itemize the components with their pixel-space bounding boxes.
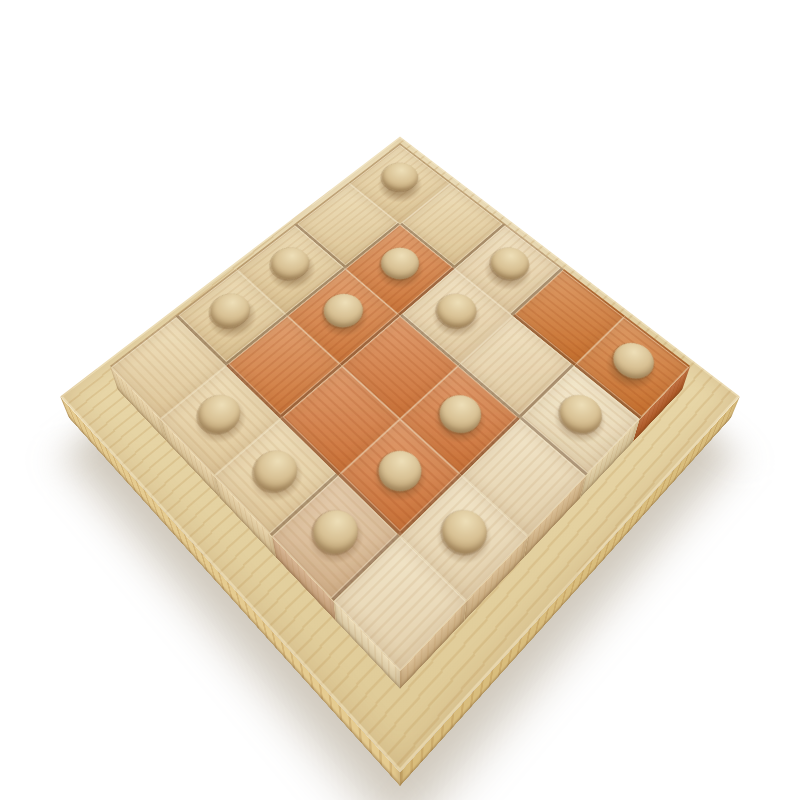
scene-viewport [0,0,800,800]
puzzle-photo: Wooden peg block puzzle assembled on a s… [0,0,800,800]
peg-socket-shadow [368,160,432,210]
